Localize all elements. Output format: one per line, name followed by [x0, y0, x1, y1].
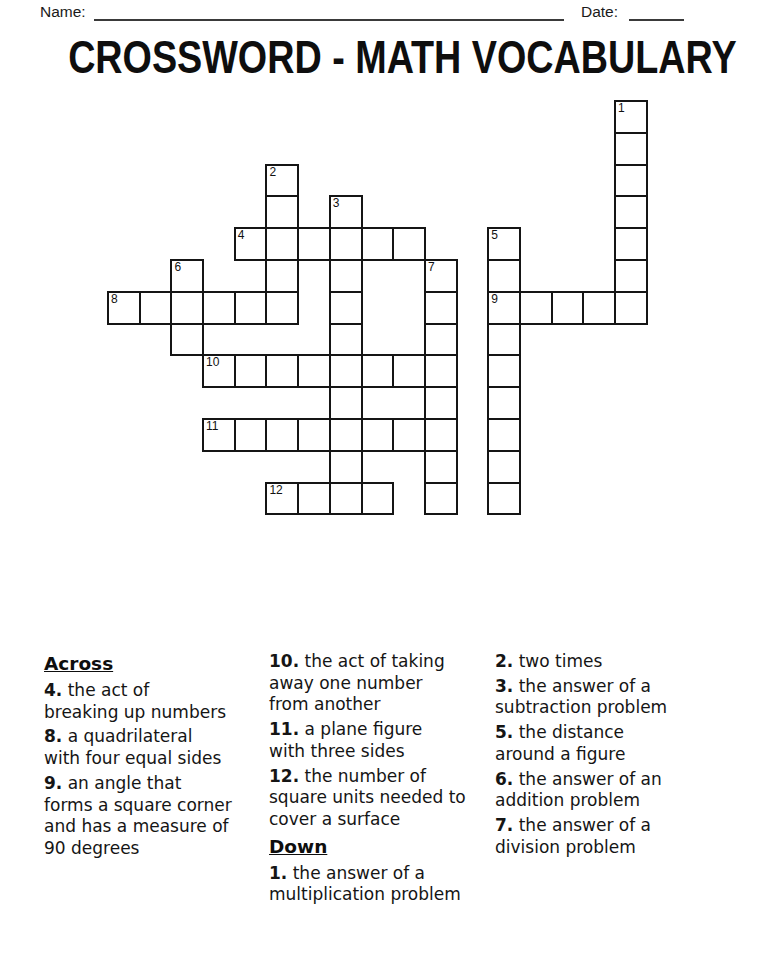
- clue-10: 10. the act of takingaway one numberfrom…: [269, 651, 493, 716]
- grid-cell[interactable]: [425, 387, 457, 419]
- grid-cell[interactable]: [583, 292, 615, 324]
- grid-cell[interactable]: [488, 324, 520, 356]
- clue-num-label: 4.: [44, 680, 62, 700]
- clue-line: 1. the answer of a: [269, 863, 493, 885]
- clue-line: cover a surface: [269, 809, 493, 831]
- clue-7: 7. the answer of adivision problem: [495, 815, 735, 858]
- grid-cell-3[interactable]: 3: [330, 196, 362, 228]
- clue-line: and has a measure of: [44, 816, 266, 838]
- grid-cell[interactable]: [330, 387, 362, 419]
- clue-num-label: 1.: [269, 863, 287, 883]
- clue-number: 12: [269, 484, 282, 497]
- clue-num-label: 8.: [44, 726, 62, 746]
- grid-cell[interactable]: [425, 292, 457, 324]
- clue-line: subtraction problem: [495, 697, 735, 719]
- clue-number: 8: [111, 293, 118, 306]
- clue-line: 8. a quadrilateral: [44, 726, 266, 748]
- grid-cell[interactable]: [615, 133, 647, 165]
- grid-cell-5[interactable]: 5: [488, 228, 520, 260]
- clue-line: 11. a plane figure: [269, 719, 493, 741]
- grid-cell[interactable]: [393, 355, 425, 387]
- clues-column-across: Across4. the act ofbreaking up numbers8.…: [44, 651, 266, 863]
- clue-number: 2: [269, 166, 276, 179]
- name-input-line[interactable]: [94, 4, 564, 21]
- grid-cell[interactable]: [330, 483, 362, 515]
- clue-4: 4. the act ofbreaking up numbers: [44, 680, 266, 723]
- grid-cell-12[interactable]: 12: [266, 483, 298, 515]
- grid-cell[interactable]: [488, 483, 520, 515]
- grid-cell[interactable]: [171, 292, 203, 324]
- clue-line: multiplication problem: [269, 884, 493, 906]
- grid-cell[interactable]: [266, 196, 298, 228]
- grid-cell[interactable]: [488, 355, 520, 387]
- name-label: Name:: [40, 3, 86, 21]
- grid-cell[interactable]: [362, 483, 394, 515]
- grid-cell[interactable]: [330, 324, 362, 356]
- page-title: CROSSWORD - MATH VOCABULARY: [68, 33, 689, 81]
- grid-cell[interactable]: [140, 292, 172, 324]
- grid-cell[interactable]: [298, 419, 330, 451]
- grid-cell[interactable]: [615, 165, 647, 197]
- down-heading: Down: [269, 834, 493, 859]
- date-label: Date:: [581, 3, 618, 21]
- grid-cell-9[interactable]: 9: [488, 292, 520, 324]
- clue-line: 6. the answer of an: [495, 769, 735, 791]
- clue-num-label: 10.: [269, 651, 299, 671]
- clue-5: 5. the distancearound a figure: [495, 722, 735, 765]
- clue-line: forms a square corner: [44, 795, 266, 817]
- clue-line: 9. an angle that: [44, 773, 266, 795]
- grid-cell[interactable]: [266, 228, 298, 260]
- clue-line: away one number: [269, 673, 493, 695]
- grid-cell[interactable]: [266, 260, 298, 292]
- clue-11: 11. a plane figurewith three sides: [269, 719, 493, 762]
- grid-cell[interactable]: [266, 292, 298, 324]
- grid-cell[interactable]: [425, 483, 457, 515]
- grid-cell[interactable]: [615, 260, 647, 292]
- clue-line: from another: [269, 694, 493, 716]
- clue-number: 9: [491, 293, 498, 306]
- clue-line: 2. two times: [495, 651, 735, 673]
- grid-cell[interactable]: [425, 451, 457, 483]
- clue-num-label: 12.: [269, 766, 299, 786]
- clue-line: around a figure: [495, 744, 735, 766]
- grid-cell[interactable]: [330, 419, 362, 451]
- clue-num-label: 9.: [44, 773, 62, 793]
- clue-9: 9. an angle thatforms a square cornerand…: [44, 773, 266, 860]
- clue-number: 3: [333, 197, 340, 210]
- clue-number: 4: [238, 229, 245, 242]
- clue-number: 6: [174, 261, 181, 274]
- grid-cell[interactable]: [235, 419, 267, 451]
- clue-8: 8. a quadrilateralwith four equal sides: [44, 726, 266, 769]
- clue-2: 2. two times: [495, 651, 735, 673]
- grid-cell[interactable]: [615, 196, 647, 228]
- clue-number: 10: [206, 356, 219, 369]
- grid-cell[interactable]: [330, 292, 362, 324]
- grid-cell[interactable]: [330, 355, 362, 387]
- clue-num-label: 2.: [495, 651, 513, 671]
- clue-num-label: 7.: [495, 815, 513, 835]
- clue-num-label: 3.: [495, 676, 513, 696]
- grid-cell[interactable]: [488, 387, 520, 419]
- grid-cell-11[interactable]: 11: [203, 419, 235, 451]
- clue-num-label: 6.: [495, 769, 513, 789]
- grid-cell[interactable]: [615, 228, 647, 260]
- grid-cell[interactable]: [203, 292, 235, 324]
- clue-number: 5: [491, 229, 498, 242]
- grid-cell-2[interactable]: 2: [266, 165, 298, 197]
- grid-cell[interactable]: [393, 228, 425, 260]
- clue-line: square units needed to: [269, 787, 493, 809]
- clue-num-label: 11.: [269, 719, 299, 739]
- grid-cell-6[interactable]: 6: [171, 260, 203, 292]
- grid-cell[interactable]: [171, 324, 203, 356]
- grid-cell[interactable]: [393, 419, 425, 451]
- grid-cell-8[interactable]: 8: [108, 292, 140, 324]
- clue-6: 6. the answer of anaddition problem: [495, 769, 735, 812]
- grid-cell[interactable]: [362, 228, 394, 260]
- clue-line: breaking up numbers: [44, 702, 266, 724]
- clue-line: addition problem: [495, 790, 735, 812]
- grid-cell-4[interactable]: 4: [235, 228, 267, 260]
- crossword-grid: 123456789101112: [108, 101, 647, 514]
- clue-line: 12. the number of: [269, 766, 493, 788]
- grid-cell[interactable]: [552, 292, 584, 324]
- date-input-line[interactable]: [629, 4, 684, 21]
- grid-cell[interactable]: [362, 355, 394, 387]
- grid-cell[interactable]: [235, 355, 267, 387]
- clue-line: 10. the act of taking: [269, 651, 493, 673]
- clues-column-down: 2. two times3. the answer of asubtractio…: [495, 651, 735, 861]
- grid-cell[interactable]: [298, 483, 330, 515]
- grid-cell[interactable]: [425, 419, 457, 451]
- grid-cell[interactable]: [488, 419, 520, 451]
- clue-line: 4. the act of: [44, 680, 266, 702]
- clue-line: division problem: [495, 837, 735, 859]
- grid-cell-7[interactable]: 7: [425, 260, 457, 292]
- clue-line: 7. the answer of a: [495, 815, 735, 837]
- clue-number: 1: [618, 102, 625, 115]
- grid-cell[interactable]: [615, 292, 647, 324]
- clue-num-label: 5.: [495, 722, 513, 742]
- clue-line: with four equal sides: [44, 748, 266, 770]
- grid-cell[interactable]: [298, 228, 330, 260]
- grid-cell[interactable]: [488, 260, 520, 292]
- clue-line: with three sides: [269, 741, 493, 763]
- clue-number: 11: [206, 420, 218, 433]
- grid-cell[interactable]: [330, 451, 362, 483]
- clue-3: 3. the answer of asubtraction problem: [495, 676, 735, 719]
- grid-cell[interactable]: [330, 260, 362, 292]
- clue-line: 5. the distance: [495, 722, 735, 744]
- grid-cell[interactable]: [520, 292, 552, 324]
- clue-line: 3. the answer of a: [495, 676, 735, 698]
- clue-12: 12. the number ofsquare units needed toc…: [269, 766, 493, 831]
- clue-line: 90 degrees: [44, 838, 266, 860]
- across-heading: Across: [44, 651, 266, 676]
- grid-cell[interactable]: [488, 451, 520, 483]
- grid-cell[interactable]: [298, 355, 330, 387]
- grid-cell[interactable]: [425, 324, 457, 356]
- grid-cell[interactable]: [266, 355, 298, 387]
- grid-cell-10[interactable]: 10: [203, 355, 235, 387]
- grid-cell-1[interactable]: 1: [615, 101, 647, 133]
- clues-column-middle: 10. the act of takingaway one numberfrom…: [269, 651, 493, 909]
- grid-cell[interactable]: [425, 355, 457, 387]
- grid-cell[interactable]: [362, 419, 394, 451]
- clue-number: 7: [428, 261, 435, 274]
- grid-cell[interactable]: [235, 292, 267, 324]
- grid-cell[interactable]: [330, 228, 362, 260]
- grid-cell[interactable]: [266, 419, 298, 451]
- clue-1: 1. the answer of amultiplication problem: [269, 863, 493, 906]
